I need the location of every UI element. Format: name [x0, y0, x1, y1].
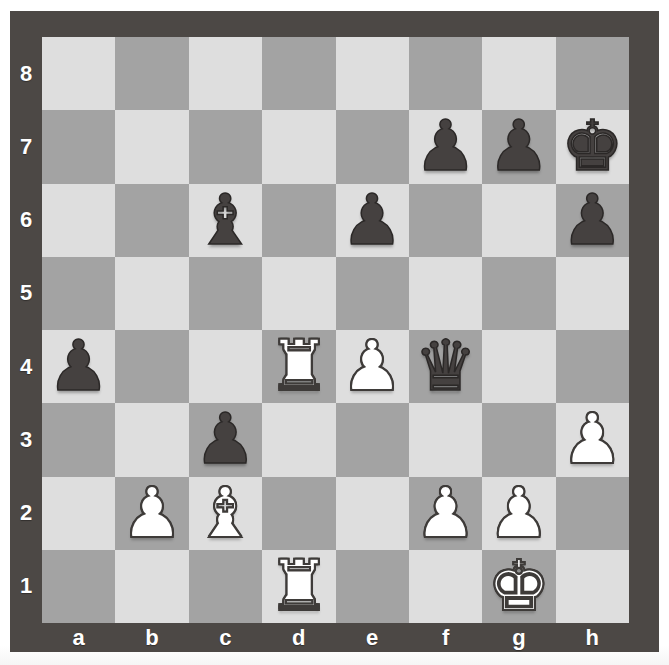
- square-d3[interactable]: [262, 403, 335, 476]
- square-g3[interactable]: [482, 403, 555, 476]
- file-labels: abcdefgh: [42, 623, 629, 652]
- square-a8[interactable]: [42, 37, 115, 110]
- square-f5[interactable]: [409, 257, 482, 330]
- chessboard-frame: 87654321 ♟♟♚♝♟♟♟♜♟♛♟♟♟♝♟♟♜♚ abcdefgh: [10, 11, 659, 652]
- rank-label-4: 4: [10, 330, 42, 403]
- black-pawn-h6[interactable]: ♟: [561, 184, 624, 257]
- square-h2[interactable]: [556, 477, 629, 550]
- square-h1[interactable]: [556, 550, 629, 623]
- page: 87654321 ♟♟♚♝♟♟♟♜♟♛♟♟♟♝♟♟♜♚ abcdefgh: [0, 0, 669, 665]
- black-queen-f4[interactable]: ♛: [414, 330, 477, 403]
- square-h8[interactable]: [556, 37, 629, 110]
- square-h6[interactable]: ♟: [556, 184, 629, 257]
- file-label-f: f: [409, 623, 482, 652]
- rank-label-7: 7: [10, 110, 42, 183]
- black-pawn-g7[interactable]: ♟: [488, 110, 551, 183]
- square-e1[interactable]: [336, 550, 409, 623]
- black-pawn-a4[interactable]: ♟: [47, 330, 110, 403]
- file-label-c: c: [189, 623, 262, 652]
- square-b1[interactable]: [115, 550, 188, 623]
- white-pawn-f2[interactable]: ♟: [414, 477, 477, 550]
- rank-labels: 87654321: [10, 37, 42, 623]
- square-e2[interactable]: [336, 477, 409, 550]
- square-g2[interactable]: ♟: [482, 477, 555, 550]
- rank-label-6: 6: [10, 184, 42, 257]
- white-pawn-g2[interactable]: ♟: [488, 477, 551, 550]
- square-g8[interactable]: [482, 37, 555, 110]
- rank-label-5: 5: [10, 257, 42, 330]
- square-d7[interactable]: [262, 110, 335, 183]
- square-f1[interactable]: [409, 550, 482, 623]
- square-c8[interactable]: [189, 37, 262, 110]
- square-c5[interactable]: [189, 257, 262, 330]
- square-g1[interactable]: ♚: [482, 550, 555, 623]
- square-c6[interactable]: ♝: [189, 184, 262, 257]
- square-a2[interactable]: [42, 477, 115, 550]
- square-b7[interactable]: [115, 110, 188, 183]
- square-h4[interactable]: [556, 330, 629, 403]
- square-e6[interactable]: ♟: [336, 184, 409, 257]
- square-h7[interactable]: ♚: [556, 110, 629, 183]
- black-pawn-c3[interactable]: ♟: [194, 403, 257, 476]
- square-b4[interactable]: [115, 330, 188, 403]
- file-label-d: d: [262, 623, 335, 652]
- square-b5[interactable]: [115, 257, 188, 330]
- white-rook-d4[interactable]: ♜: [267, 330, 330, 403]
- square-b2[interactable]: ♟: [115, 477, 188, 550]
- square-d5[interactable]: [262, 257, 335, 330]
- square-c4[interactable]: [189, 330, 262, 403]
- square-a7[interactable]: [42, 110, 115, 183]
- square-b3[interactable]: [115, 403, 188, 476]
- square-h5[interactable]: [556, 257, 629, 330]
- white-pawn-b2[interactable]: ♟: [121, 477, 184, 550]
- square-g6[interactable]: [482, 184, 555, 257]
- square-e5[interactable]: [336, 257, 409, 330]
- board: ♟♟♚♝♟♟♟♜♟♛♟♟♟♝♟♟♜♚: [42, 37, 629, 623]
- square-a6[interactable]: [42, 184, 115, 257]
- square-g7[interactable]: ♟: [482, 110, 555, 183]
- white-bishop-c2[interactable]: ♝: [194, 477, 257, 550]
- square-a5[interactable]: [42, 257, 115, 330]
- square-a3[interactable]: [42, 403, 115, 476]
- black-pawn-f7[interactable]: ♟: [414, 110, 477, 183]
- white-pawn-h3[interactable]: ♟: [561, 403, 624, 476]
- rank-label-1: 1: [10, 550, 42, 623]
- square-c3[interactable]: ♟: [189, 403, 262, 476]
- square-e7[interactable]: [336, 110, 409, 183]
- white-rook-d1[interactable]: ♜: [267, 550, 330, 623]
- square-d1[interactable]: ♜: [262, 550, 335, 623]
- square-c7[interactable]: [189, 110, 262, 183]
- square-f7[interactable]: ♟: [409, 110, 482, 183]
- square-f2[interactable]: ♟: [409, 477, 482, 550]
- square-d8[interactable]: [262, 37, 335, 110]
- square-e3[interactable]: [336, 403, 409, 476]
- square-f4[interactable]: ♛: [409, 330, 482, 403]
- square-b6[interactable]: [115, 184, 188, 257]
- black-king-h7[interactable]: ♚: [561, 110, 624, 183]
- square-g4[interactable]: [482, 330, 555, 403]
- file-label-e: e: [336, 623, 409, 652]
- square-g5[interactable]: [482, 257, 555, 330]
- square-c1[interactable]: [189, 550, 262, 623]
- file-label-g: g: [482, 623, 555, 652]
- square-d6[interactable]: [262, 184, 335, 257]
- file-label-a: a: [42, 623, 115, 652]
- square-c2[interactable]: ♝: [189, 477, 262, 550]
- black-bishop-c6[interactable]: ♝: [194, 184, 257, 257]
- square-f3[interactable]: [409, 403, 482, 476]
- square-f8[interactable]: [409, 37, 482, 110]
- rank-label-3: 3: [10, 403, 42, 476]
- square-f6[interactable]: [409, 184, 482, 257]
- square-b8[interactable]: [115, 37, 188, 110]
- square-e4[interactable]: ♟: [336, 330, 409, 403]
- square-d2[interactable]: [262, 477, 335, 550]
- square-a4[interactable]: ♟: [42, 330, 115, 403]
- white-king-g1[interactable]: ♚: [488, 550, 551, 623]
- file-label-b: b: [115, 623, 188, 652]
- square-h3[interactable]: ♟: [556, 403, 629, 476]
- square-d4[interactable]: ♜: [262, 330, 335, 403]
- rank-label-2: 2: [10, 477, 42, 550]
- square-e8[interactable]: [336, 37, 409, 110]
- square-a1[interactable]: [42, 550, 115, 623]
- rank-label-8: 8: [10, 37, 42, 110]
- white-pawn-e4[interactable]: ♟: [341, 330, 404, 403]
- file-label-h: h: [556, 623, 629, 652]
- black-pawn-e6[interactable]: ♟: [341, 184, 404, 257]
